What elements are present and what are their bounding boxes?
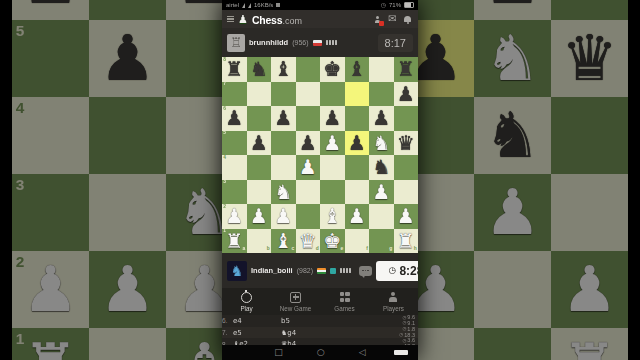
- square-d6[interactable]: [296, 106, 321, 131]
- square-h2: ♟: [551, 251, 628, 328]
- square-g4[interactable]: ♞: [369, 155, 394, 180]
- square-g1: g: [474, 328, 551, 360]
- square-d5[interactable]: ♟: [296, 131, 321, 156]
- net-speed: 16KB/s: [254, 2, 273, 8]
- grid-icon: [340, 292, 350, 303]
- coordinate-rank-label: 5: [16, 23, 25, 38]
- move-time-highlight-partial: [394, 350, 408, 355]
- square-b1[interactable]: b: [247, 229, 272, 254]
- square-h5: ♛: [551, 20, 628, 97]
- coordinate-rank-label: 1: [223, 229, 226, 234]
- square-c2[interactable]: ♟: [271, 204, 296, 229]
- android-nav-bar: □○◁: [222, 345, 418, 360]
- white-pawn-g3: ♟: [474, 174, 551, 251]
- square-a6: 6♟: [12, 0, 89, 20]
- coordinate-rank-label: 7: [223, 82, 226, 87]
- square-d8[interactable]: [296, 57, 321, 82]
- white-knight-g5: ♞: [474, 20, 551, 97]
- tab-play[interactable]: Play: [222, 288, 271, 315]
- square-h6: [551, 0, 628, 20]
- black-pawn-d5: ♟: [296, 131, 321, 156]
- opponent-flag-icon: [313, 40, 322, 46]
- black-pawn-h7: ♟: [394, 82, 419, 107]
- square-a1[interactable]: 1a♜: [222, 229, 247, 254]
- square-h7[interactable]: ♟: [394, 82, 419, 107]
- square-g7[interactable]: [369, 82, 394, 107]
- alerts-bell-icon[interactable]: [402, 14, 413, 25]
- square-h1: h♜: [551, 328, 628, 360]
- square-e1[interactable]: e♚: [320, 229, 345, 254]
- square-e4[interactable]: [320, 155, 345, 180]
- player-clock-time: 8:28: [399, 264, 418, 278]
- white-move[interactable]: e5: [233, 329, 281, 337]
- coordinate-rank-label: 6: [223, 107, 226, 112]
- square-f8[interactable]: ♝: [345, 57, 370, 82]
- square-g6: ♟: [474, 0, 551, 20]
- square-h1[interactable]: h♜: [394, 229, 419, 254]
- square-c3[interactable]: ♞: [271, 180, 296, 205]
- black-pawn-g6: ♟: [369, 106, 394, 131]
- square-b5: ♟: [89, 20, 166, 97]
- square-c4[interactable]: [271, 155, 296, 180]
- square-e3[interactable]: [320, 180, 345, 205]
- black-pawn-a6: ♟: [12, 0, 89, 20]
- black-queen-h5: ♛: [394, 131, 419, 156]
- square-a6[interactable]: 6♟: [222, 106, 247, 131]
- square-h3: [551, 174, 628, 251]
- square-f7[interactable]: [345, 82, 370, 107]
- logo-text: Chess.com: [252, 10, 302, 28]
- opponent-avatar[interactable]: ♖: [227, 34, 245, 52]
- black-knight-b8: ♞: [247, 57, 272, 82]
- coordinate-file-label: g: [389, 247, 392, 252]
- tab-label: New Game: [280, 305, 312, 312]
- white-pawn-g3: ♟: [369, 180, 394, 205]
- android-recents-button[interactable]: □: [274, 348, 283, 357]
- coordinate-rank-label: 2: [16, 254, 25, 269]
- opponent-clock: 8:17: [378, 34, 413, 52]
- square-g2: [474, 251, 551, 328]
- carrier-label: airtel: [226, 2, 239, 8]
- coordinate-file-label: h: [414, 247, 417, 252]
- white-knight-g5: ♞: [369, 131, 394, 156]
- status-bar: airtel 16KB/s ◷ 71%: [222, 0, 418, 10]
- square-c8[interactable]: ♝: [271, 57, 296, 82]
- square-h3[interactable]: [394, 180, 419, 205]
- white-pawn-b2: ♟: [247, 204, 272, 229]
- white-pawn-d4: ♟: [296, 155, 321, 180]
- white-pawn-e5: ♟: [320, 131, 345, 156]
- tab-label: Play: [240, 305, 252, 312]
- opponent-captured-pawns: [326, 40, 337, 45]
- square-g8[interactable]: [369, 57, 394, 82]
- square-d1[interactable]: d♛: [296, 229, 321, 254]
- menu-icon[interactable]: [227, 16, 234, 23]
- square-f6[interactable]: [345, 106, 370, 131]
- battery-icon: [404, 2, 414, 8]
- move-times: ◷9.6◷9.1: [385, 315, 418, 327]
- square-b5[interactable]: ♟: [247, 131, 272, 156]
- coordinate-rank-label: 3: [16, 177, 25, 192]
- white-pawn-h2: ♟: [394, 204, 419, 229]
- square-h4[interactable]: [394, 155, 419, 180]
- square-h8[interactable]: ♜: [394, 57, 419, 82]
- square-e6[interactable]: ♟: [320, 106, 345, 131]
- square-c7[interactable]: [271, 82, 296, 107]
- battery-percent: 71%: [389, 2, 401, 8]
- square-e8[interactable]: ♚: [320, 57, 345, 82]
- square-g4: ♞: [474, 97, 551, 174]
- bottom-tab-bar: PlayNew GameGamesPlayers: [222, 288, 418, 315]
- square-g6[interactable]: ♟: [369, 106, 394, 131]
- square-a2[interactable]: 2♟: [222, 204, 247, 229]
- player-avatar[interactable]: ♞: [227, 261, 247, 281]
- square-e5[interactable]: ♟: [320, 131, 345, 156]
- tab-new-game[interactable]: New Game: [271, 288, 320, 315]
- black-rook-h8: ♜: [394, 57, 419, 82]
- white-knight-c3: ♞: [271, 180, 296, 205]
- coordinate-rank-label: 4: [223, 156, 226, 161]
- square-d4[interactable]: ♟: [296, 155, 321, 180]
- square-d2[interactable]: [296, 204, 321, 229]
- square-g1[interactable]: g: [369, 229, 394, 254]
- square-a1: 1a♜: [12, 328, 89, 360]
- player-flag-icon: [317, 268, 326, 274]
- black-king-e8: ♚: [320, 57, 345, 82]
- square-g3: ♟: [474, 174, 551, 251]
- move-number: 6.: [222, 317, 233, 324]
- phone-screen: airtel 16KB/s ◷ 71% ♟ Chess.com ✉ ♖ brun…: [222, 0, 418, 360]
- square-d3[interactable]: [296, 180, 321, 205]
- square-c6[interactable]: ♟: [271, 106, 296, 131]
- coordinate-rank-label: 3: [223, 180, 226, 185]
- square-a5[interactable]: 5: [222, 131, 247, 156]
- square-e2[interactable]: ♝: [320, 204, 345, 229]
- player-clock: ◷ 8:28: [376, 261, 418, 281]
- android-home-button[interactable]: ○: [317, 348, 325, 357]
- tab-label: Games: [334, 305, 354, 312]
- square-a7[interactable]: 7: [222, 82, 247, 107]
- player-row[interactable]: ♞ Indian_boiii (982) ◷ 8:28: [222, 253, 418, 288]
- square-g2[interactable]: [369, 204, 394, 229]
- player-flair-icon: [330, 268, 336, 274]
- square-f1[interactable]: f: [345, 229, 370, 254]
- square-h4: [551, 97, 628, 174]
- square-c5[interactable]: [271, 131, 296, 156]
- black-pawn-g6: ♟: [474, 0, 551, 20]
- tab-games[interactable]: Games: [320, 288, 369, 315]
- square-a4: 4: [12, 97, 89, 174]
- square-a4[interactable]: 4: [222, 155, 247, 180]
- square-a8[interactable]: 8♜: [222, 57, 247, 82]
- black-pawn-b5: ♟: [247, 131, 272, 156]
- coordinate-rank-label: 8: [223, 58, 226, 63]
- move-row-6[interactable]: 6.e4b5◷9.6◷9.1: [222, 315, 418, 327]
- white-pawn-b2: ♟: [89, 251, 166, 328]
- square-b6: [89, 0, 166, 20]
- white-pawn-h2: ♟: [551, 251, 628, 328]
- plus-square-icon: [290, 292, 301, 303]
- square-b7[interactable]: [247, 82, 272, 107]
- square-h2[interactable]: ♟: [394, 204, 419, 229]
- stopwatch-icon: [241, 292, 252, 303]
- square-a3[interactable]: 3: [222, 180, 247, 205]
- coordinate-file-label: d: [316, 247, 319, 252]
- square-c1[interactable]: c♝: [271, 229, 296, 254]
- black-bishop-f8: ♝: [345, 57, 370, 82]
- opponent-name: brunnhildd: [249, 38, 288, 47]
- square-h5[interactable]: ♛: [394, 131, 419, 156]
- opponent-player-row[interactable]: ♖ brunnhildd (956) 8:17: [222, 28, 418, 57]
- square-f2[interactable]: ♟: [345, 204, 370, 229]
- black-knight-g4: ♞: [474, 97, 551, 174]
- square-b3: [89, 174, 166, 251]
- white-pawn-c2: ♟: [271, 204, 296, 229]
- coordinate-rank-label: 1: [16, 331, 25, 346]
- square-g5[interactable]: ♞: [369, 131, 394, 156]
- clock-icon: ◷: [389, 266, 397, 275]
- square-b2: ♟: [89, 251, 166, 328]
- chesscom-pawn-logo-icon: ♟: [238, 14, 248, 25]
- white-rook-h1: ♜: [551, 328, 628, 360]
- coordinate-file-label: b: [267, 247, 270, 252]
- tab-players[interactable]: Players: [369, 288, 418, 315]
- tab-label: Players: [383, 305, 404, 312]
- square-g3[interactable]: ♟: [369, 180, 394, 205]
- square-f3[interactable]: [345, 180, 370, 205]
- coordinate-file-label: c: [292, 247, 295, 252]
- black-pawn-b5: ♟: [89, 20, 166, 97]
- black-move[interactable]: b5: [281, 317, 385, 325]
- square-g5: ♞: [474, 20, 551, 97]
- chess-board[interactable]: 8♜♞♝♚♝♜7♟6♟♟♟♟5♟♟♟♟♞♛4♟♞3♞♟2♟♟♟♝♟♟1a♜bc♝…: [222, 57, 418, 253]
- player-captured-pawns: [340, 268, 351, 273]
- square-a2: 2♟: [12, 251, 89, 328]
- square-b1: b: [89, 328, 166, 360]
- move-number: 7.: [222, 329, 233, 336]
- chat-icon[interactable]: [359, 266, 372, 276]
- square-a3: 3: [12, 174, 89, 251]
- coordinate-file-label: f: [366, 247, 368, 252]
- square-d7[interactable]: [296, 82, 321, 107]
- silent-mode-icon: [276, 3, 280, 7]
- coordinate-rank-label: 2: [223, 205, 226, 210]
- black-pawn-f5: ♟: [345, 131, 370, 156]
- square-b4[interactable]: [247, 155, 272, 180]
- white-bishop-e2: ♝: [320, 204, 345, 229]
- black-move[interactable]: ♞g4: [281, 329, 385, 337]
- black-knight-g4: ♞: [369, 155, 394, 180]
- square-f5[interactable]: ♟: [345, 131, 370, 156]
- white-move[interactable]: e4: [233, 317, 281, 325]
- move-row-7[interactable]: 7.e5♞g4◷1.8◷18.3: [222, 327, 418, 339]
- friend-requests-icon[interactable]: [372, 14, 383, 25]
- white-pawn-f2: ♟: [345, 204, 370, 229]
- black-pawn-e6: ♟: [320, 106, 345, 131]
- notification-badge: [379, 21, 384, 26]
- player-name: Indian_boiii: [251, 266, 293, 275]
- square-b6[interactable]: [247, 106, 272, 131]
- player-rating: (982): [297, 267, 313, 274]
- square-b4: [89, 97, 166, 174]
- coordinate-file-label: e: [341, 247, 344, 252]
- square-b2[interactable]: ♟: [247, 204, 272, 229]
- black-queen-h5: ♛: [551, 20, 628, 97]
- opponent-rating: (956): [292, 39, 308, 46]
- square-e7[interactable]: [320, 82, 345, 107]
- people-icon: [388, 292, 399, 303]
- black-bishop-c8: ♝: [271, 57, 296, 82]
- square-f4[interactable]: [345, 155, 370, 180]
- square-b3[interactable]: [247, 180, 272, 205]
- square-a5: 5: [12, 20, 89, 97]
- coordinate-rank-label: 5: [223, 131, 226, 136]
- alarm-icon: ◷: [381, 2, 386, 8]
- black-pawn-c6: ♟: [271, 106, 296, 131]
- app-header: ♟ Chess.com ✉: [222, 10, 418, 28]
- square-h6[interactable]: [394, 106, 419, 131]
- messages-icon[interactable]: ✉: [387, 14, 398, 25]
- android-back-button[interactable]: ◁: [359, 348, 366, 357]
- signal-icon-2: [248, 3, 251, 8]
- square-b8[interactable]: ♞: [247, 57, 272, 82]
- coordinate-rank-label: 4: [16, 100, 25, 115]
- coordinate-file-label: a: [243, 247, 246, 252]
- signal-icon: [242, 3, 245, 8]
